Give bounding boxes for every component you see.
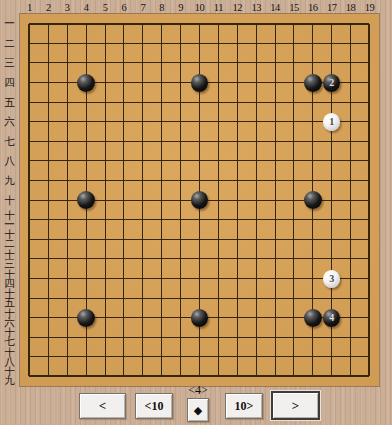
column-label: 10 — [190, 2, 209, 13]
black-stone — [304, 309, 322, 327]
prev-move-button[interactable]: < — [79, 393, 126, 419]
row-label: 十三 — [0, 249, 19, 269]
white-stone: 1 — [323, 113, 341, 131]
back-10-moves-button[interactable]: <10 — [135, 393, 173, 419]
row-label: 八 — [0, 151, 19, 171]
column-label: 8 — [152, 2, 171, 13]
row-label: 十 — [0, 190, 19, 210]
column-label: 3 — [58, 2, 77, 13]
column-label: 9 — [171, 2, 190, 13]
next-move-button[interactable]: > — [271, 391, 320, 420]
column-label: 4 — [77, 2, 96, 13]
row-label: 九 — [0, 171, 19, 191]
stones-layer: 2134 — [20, 14, 379, 386]
row-label: 十七 — [0, 328, 19, 348]
column-label: 12 — [228, 2, 247, 13]
current-move-marker-button[interactable]: ◆ — [187, 398, 209, 422]
column-label: 14 — [266, 2, 285, 13]
black-stone: 4 — [323, 309, 341, 327]
move-number-label: 4 — [329, 312, 334, 323]
row-label: 二 — [0, 34, 19, 54]
row-label: 十二 — [0, 230, 19, 250]
move-number-indicator: <4> — [170, 383, 226, 396]
column-label: 11 — [209, 2, 228, 13]
black-stone — [304, 191, 322, 209]
row-label: 十六 — [0, 308, 19, 328]
column-label: 5 — [96, 2, 115, 13]
column-label: 7 — [133, 2, 152, 13]
column-label: 13 — [247, 2, 266, 13]
row-label: 十四 — [0, 269, 19, 289]
column-label: 6 — [114, 2, 133, 13]
column-label: 15 — [284, 2, 303, 13]
row-label: 七 — [0, 132, 19, 152]
row-labels: 一二三四五六七八九十十一十二十三十四十五十六十七十八十九 — [0, 14, 19, 387]
column-label: 2 — [39, 2, 58, 13]
black-stone — [191, 74, 209, 92]
row-label: 四 — [0, 73, 19, 93]
row-label: 五 — [0, 92, 19, 112]
black-stone — [191, 191, 209, 209]
column-label: 17 — [322, 2, 341, 13]
black-stone: 2 — [323, 74, 341, 92]
black-stone — [304, 74, 322, 92]
forward-10-moves-button[interactable]: 10> — [225, 393, 263, 419]
column-label: 18 — [341, 2, 360, 13]
column-label: 16 — [303, 2, 322, 13]
column-labels: 12345678910111213141516171819 — [20, 0, 380, 14]
column-label: 19 — [360, 2, 379, 13]
row-label: 一 — [0, 14, 19, 34]
go-kifu-viewer: { "game": "go", "board": { "size": 19, "… — [0, 0, 392, 425]
white-stone: 3 — [323, 270, 341, 288]
row-label: 十五 — [0, 288, 19, 308]
black-stone — [77, 191, 95, 209]
row-label: 十八 — [0, 347, 19, 367]
column-label: 1 — [20, 2, 39, 13]
row-label: 三 — [0, 53, 19, 73]
black-stone — [191, 309, 209, 327]
move-number-label: 3 — [329, 273, 334, 284]
black-stone — [77, 309, 95, 327]
move-number-label: 2 — [329, 77, 334, 88]
black-stone — [77, 74, 95, 92]
row-label: 十九 — [0, 367, 19, 387]
move-number-label: 1 — [329, 116, 334, 127]
row-label: 十一 — [0, 210, 19, 230]
row-label: 六 — [0, 112, 19, 132]
